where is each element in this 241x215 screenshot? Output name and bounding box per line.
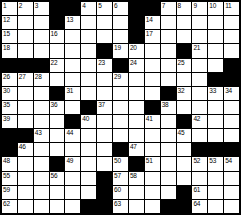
letter-cell[interactable]: 17 [145, 30, 160, 43]
letter-cell[interactable]: 13 [65, 16, 80, 29]
clue-number: 6 [114, 2, 117, 9]
letter-cell[interactable] [113, 87, 128, 100]
clue-number: 1 [3, 2, 6, 9]
letter-cell[interactable] [18, 101, 33, 114]
clue-number: 63 [114, 200, 121, 207]
letter-cell[interactable] [65, 44, 80, 57]
letter-cell[interactable]: 15 [2, 30, 17, 43]
letter-cell[interactable] [113, 16, 128, 29]
clue-number: 16 [51, 30, 58, 37]
letter-cell[interactable]: 18 [2, 44, 17, 57]
clue-number: 46 [19, 143, 26, 150]
letter-cell[interactable]: 14 [145, 16, 160, 29]
blocked-cell [81, 200, 96, 213]
clue-number: 54 [225, 157, 232, 164]
blocked-cell [65, 2, 80, 15]
clue-number: 24 [130, 59, 137, 66]
clue-number: 23 [98, 59, 105, 66]
clue-number: 48 [3, 157, 10, 164]
letter-cell[interactable] [145, 186, 160, 199]
letter-cell[interactable] [81, 73, 96, 86]
letter-cell[interactable] [192, 73, 207, 86]
letter-cell[interactable]: 58 [129, 172, 144, 185]
letter-cell[interactable]: 36 [50, 101, 65, 114]
clue-number: 42 [193, 115, 200, 122]
letter-cell[interactable]: 35 [2, 101, 17, 114]
blocked-cell [2, 143, 17, 156]
letter-cell[interactable] [81, 59, 96, 72]
letter-cell[interactable] [97, 157, 112, 170]
letter-cell[interactable] [177, 16, 192, 29]
letter-cell[interactable] [65, 101, 80, 114]
letter-cell[interactable] [224, 44, 239, 57]
letter-cell[interactable] [65, 186, 80, 199]
clue-number: 55 [3, 172, 10, 179]
letter-cell[interactable]: 47 [129, 143, 144, 156]
letter-cell[interactable] [34, 143, 49, 156]
letter-cell[interactable] [81, 30, 96, 43]
letter-cell[interactable] [97, 16, 112, 29]
clue-number: 14 [146, 16, 153, 23]
letter-cell[interactable]: 57 [113, 172, 128, 185]
letter-cell[interactable] [208, 200, 223, 213]
letter-cell[interactable]: 7 [161, 2, 176, 15]
crossword-puzzle: 1234567891011121314151617181920212223242… [0, 0, 241, 215]
letter-cell[interactable]: 37 [97, 101, 112, 114]
letter-cell[interactable] [161, 30, 176, 43]
blocked-cell [18, 129, 33, 142]
letter-cell[interactable] [81, 129, 96, 142]
clue-number: 50 [114, 157, 121, 164]
letter-cell[interactable] [113, 30, 128, 43]
letter-cell[interactable]: 49 [65, 157, 80, 170]
clue-number: 20 [130, 44, 137, 51]
clue-number: 43 [35, 129, 42, 136]
letter-cell[interactable] [34, 44, 49, 57]
letter-cell[interactable] [208, 172, 223, 185]
letter-cell[interactable]: 21 [192, 44, 207, 57]
letter-cell[interactable] [192, 172, 207, 185]
letter-cell[interactable] [145, 44, 160, 57]
clue-number: 21 [193, 44, 200, 51]
letter-cell[interactable] [145, 87, 160, 100]
letter-cell[interactable]: 3 [34, 2, 49, 15]
clue-number: 35 [3, 101, 10, 108]
letter-cell[interactable]: 62 [2, 200, 17, 213]
letter-cell[interactable] [177, 143, 192, 156]
letter-cell[interactable] [18, 16, 33, 29]
letter-cell[interactable]: 43 [34, 129, 49, 142]
clue-number: 41 [146, 115, 153, 122]
blocked-cell [224, 143, 239, 156]
blocked-cell [50, 2, 65, 15]
letter-cell[interactable] [81, 186, 96, 199]
clue-number: 59 [3, 186, 10, 193]
letter-cell[interactable]: 51 [145, 157, 160, 170]
clue-number: 29 [114, 73, 121, 80]
letter-cell[interactable]: 46 [18, 143, 33, 156]
clue-number: 57 [114, 172, 121, 179]
blocked-cell [97, 200, 112, 213]
blocked-cell [224, 73, 239, 86]
letter-cell[interactable]: 22 [50, 59, 65, 72]
letter-cell[interactable] [65, 59, 80, 72]
letter-cell[interactable] [145, 59, 160, 72]
letter-cell[interactable] [177, 30, 192, 43]
clue-number: 62 [3, 200, 10, 207]
letter-cell[interactable]: 63 [113, 200, 128, 213]
letter-cell[interactable]: 32 [177, 87, 192, 100]
clue-number: 5 [98, 2, 101, 9]
letter-cell[interactable]: 4 [81, 2, 96, 15]
clue-number: 13 [66, 16, 73, 23]
blocked-cell [129, 16, 144, 29]
letter-cell[interactable] [208, 44, 223, 57]
crossword-grid: 1234567891011121314151617181920212223242… [0, 0, 241, 215]
letter-cell[interactable] [97, 73, 112, 86]
letter-cell[interactable] [34, 200, 49, 213]
letter-cell[interactable]: 8 [177, 2, 192, 15]
letter-cell[interactable] [50, 186, 65, 199]
letter-cell[interactable]: 26 [2, 73, 17, 86]
letter-cell[interactable]: 19 [113, 44, 128, 57]
clue-number: 2 [19, 2, 22, 9]
letter-cell[interactable] [208, 129, 223, 142]
blocked-cell [81, 101, 96, 114]
letter-cell[interactable] [129, 87, 144, 100]
letter-cell[interactable]: 33 [208, 87, 223, 100]
letter-cell[interactable]: 10 [208, 2, 223, 15]
clue-number: 10 [209, 2, 216, 9]
letter-cell[interactable]: 11 [224, 2, 239, 15]
letter-cell[interactable] [81, 87, 96, 100]
clue-number: 28 [35, 73, 42, 80]
letter-cell[interactable] [161, 172, 176, 185]
letter-cell[interactable] [18, 200, 33, 213]
letter-cell[interactable] [81, 143, 96, 156]
letter-cell[interactable] [34, 172, 49, 185]
letter-cell[interactable]: 64 [192, 200, 207, 213]
blocked-cell [50, 16, 65, 29]
blocked-cell [2, 59, 17, 72]
letter-cell[interactable] [97, 30, 112, 43]
letter-cell[interactable]: 25 [177, 59, 192, 72]
letter-cell[interactable] [81, 44, 96, 57]
clue-number: 49 [66, 157, 73, 164]
clue-number: 47 [130, 143, 137, 150]
clue-number: 11 [225, 2, 231, 9]
letter-cell[interactable] [18, 44, 33, 57]
letter-cell[interactable] [177, 172, 192, 185]
letter-cell[interactable]: 34 [224, 87, 239, 100]
letter-cell[interactable] [177, 73, 192, 86]
letter-cell[interactable] [208, 186, 223, 199]
blocked-cell [192, 143, 207, 156]
letter-cell[interactable] [161, 129, 176, 142]
blocked-cell [177, 186, 192, 199]
clue-number: 4 [82, 2, 85, 9]
clue-number: 37 [98, 101, 105, 108]
letter-cell[interactable]: 39 [2, 115, 17, 128]
blocked-cell [50, 157, 65, 170]
clue-number: 51 [146, 157, 153, 164]
letter-cell[interactable] [161, 59, 176, 72]
clue-number: 64 [193, 200, 200, 207]
letter-cell[interactable]: 60 [113, 186, 128, 199]
clue-number: 39 [3, 115, 10, 122]
letter-cell[interactable] [145, 129, 160, 142]
blocked-cell [161, 87, 176, 100]
letter-cell[interactable] [18, 115, 33, 128]
letter-cell[interactable]: 41 [145, 115, 160, 128]
clue-number: 30 [3, 87, 10, 94]
letter-cell[interactable]: 12 [2, 16, 17, 29]
letter-cell[interactable] [65, 73, 80, 86]
letter-cell[interactable] [65, 30, 80, 43]
letter-cell[interactable] [161, 157, 176, 170]
letter-cell[interactable]: 56 [50, 172, 65, 185]
letter-cell[interactable] [113, 129, 128, 142]
clue-number: 38 [162, 101, 169, 108]
clue-number: 25 [178, 59, 185, 66]
letter-cell[interactable] [208, 30, 223, 43]
letter-cell[interactable] [208, 115, 223, 128]
letter-cell[interactable]: 42 [192, 115, 207, 128]
clue-number: 8 [178, 2, 181, 9]
blocked-cell [113, 143, 128, 156]
letter-cell[interactable] [208, 16, 223, 29]
letter-cell[interactable] [50, 200, 65, 213]
letter-cell[interactable] [224, 200, 239, 213]
clue-number: 19 [114, 44, 121, 51]
letter-cell[interactable] [224, 30, 239, 43]
letter-cell[interactable] [224, 186, 239, 199]
clue-number: 22 [51, 59, 58, 66]
letter-cell[interactable]: 29 [113, 73, 128, 86]
letter-cell[interactable] [34, 157, 49, 170]
letter-cell[interactable]: 6 [113, 2, 128, 15]
letter-cell[interactable] [145, 172, 160, 185]
blocked-cell [208, 143, 223, 156]
letter-cell[interactable] [177, 101, 192, 114]
letter-cell[interactable]: 38 [161, 101, 176, 114]
blocked-cell [177, 44, 192, 57]
letter-cell[interactable] [50, 143, 65, 156]
clue-number: 26 [3, 73, 10, 80]
letter-cell[interactable] [161, 73, 176, 86]
letter-cell[interactable] [177, 157, 192, 170]
letter-cell[interactable] [224, 129, 239, 142]
letter-cell[interactable] [18, 157, 33, 170]
clue-number: 40 [82, 115, 89, 122]
letter-cell[interactable] [224, 101, 239, 114]
clue-number: 17 [146, 30, 153, 37]
letter-cell[interactable] [81, 157, 96, 170]
blocked-cell [18, 59, 33, 72]
clue-number: 9 [193, 2, 196, 9]
letter-cell[interactable] [161, 115, 176, 128]
letter-cell[interactable] [97, 87, 112, 100]
clue-number: 45 [178, 129, 185, 136]
letter-cell[interactable] [161, 16, 176, 29]
blocked-cell [50, 87, 65, 100]
letter-cell[interactable] [97, 129, 112, 142]
letter-cell[interactable] [161, 186, 176, 199]
letter-cell[interactable]: 52 [192, 157, 207, 170]
blocked-cell [65, 115, 80, 128]
letter-cell[interactable]: 28 [34, 73, 49, 86]
blocked-cell [129, 30, 144, 43]
letter-cell[interactable]: 27 [18, 73, 33, 86]
letter-cell[interactable] [34, 16, 49, 29]
blocked-cell [129, 2, 144, 15]
blocked-cell [2, 129, 17, 142]
letter-cell[interactable] [18, 172, 33, 185]
blocked-cell [145, 2, 160, 15]
letter-cell[interactable] [224, 172, 239, 185]
letter-cell[interactable]: 40 [81, 115, 96, 128]
letter-cell[interactable] [34, 87, 49, 100]
letter-cell[interactable] [145, 200, 160, 213]
letter-cell[interactable]: 31 [65, 87, 80, 100]
letter-cell[interactable] [145, 143, 160, 156]
blocked-cell [177, 115, 192, 128]
letter-cell[interactable] [129, 73, 144, 86]
letter-cell[interactable]: 48 [2, 157, 17, 170]
clue-number: 27 [19, 73, 26, 80]
blocked-cell [224, 59, 239, 72]
clue-number: 53 [209, 157, 216, 164]
letter-cell[interactable]: 30 [2, 87, 17, 100]
letter-cell[interactable] [208, 101, 223, 114]
letter-cell[interactable] [192, 59, 207, 72]
letter-cell[interactable] [50, 129, 65, 142]
letter-cell[interactable] [129, 186, 144, 199]
letter-cell[interactable]: 50 [113, 157, 128, 170]
letter-cell[interactable]: 23 [97, 59, 112, 72]
blocked-cell [145, 101, 160, 114]
letter-cell[interactable]: 9 [192, 2, 207, 15]
letter-cell[interactable] [161, 44, 176, 57]
letter-cell[interactable] [34, 115, 49, 128]
letter-cell[interactable] [192, 30, 207, 43]
clue-number: 33 [209, 87, 216, 94]
letter-cell[interactable]: 2 [18, 2, 33, 15]
letter-cell[interactable] [81, 172, 96, 185]
letter-cell[interactable] [129, 101, 144, 114]
letter-cell[interactable] [145, 73, 160, 86]
letter-cell[interactable]: 5 [97, 2, 112, 15]
letter-cell[interactable] [113, 101, 128, 114]
letter-cell[interactable] [129, 200, 144, 213]
letter-cell[interactable]: 55 [2, 172, 17, 185]
letter-cell[interactable] [129, 129, 144, 142]
letter-cell[interactable] [129, 115, 144, 128]
clue-number: 31 [66, 87, 73, 94]
blocked-cell [97, 172, 112, 185]
letter-cell[interactable] [192, 87, 207, 100]
blocked-cell [97, 186, 112, 199]
clue-number: 58 [130, 172, 137, 179]
clue-number: 15 [3, 30, 10, 37]
letter-cell[interactable] [161, 143, 176, 156]
letter-cell[interactable] [34, 186, 49, 199]
clue-number: 60 [114, 186, 121, 193]
letter-cell[interactable] [97, 143, 112, 156]
letter-cell[interactable] [65, 200, 80, 213]
letter-cell[interactable] [18, 87, 33, 100]
letter-cell[interactable] [50, 73, 65, 86]
letter-cell[interactable]: 16 [50, 30, 65, 43]
letter-cell[interactable] [18, 186, 33, 199]
letter-cell[interactable] [224, 115, 239, 128]
letter-cell[interactable] [224, 16, 239, 29]
clue-number: 18 [3, 44, 10, 51]
clue-number: 34 [225, 87, 232, 94]
blocked-cell [113, 59, 128, 72]
blocked-cell [34, 59, 49, 72]
blocked-cell [161, 200, 176, 213]
letter-cell[interactable]: 59 [2, 186, 17, 199]
clue-number: 3 [35, 2, 38, 9]
letter-cell[interactable]: 1 [2, 2, 17, 15]
letter-cell[interactable] [192, 16, 207, 29]
letter-cell[interactable] [81, 16, 96, 29]
letter-cell[interactable] [34, 30, 49, 43]
letter-cell[interactable] [34, 101, 49, 114]
letter-cell[interactable]: 24 [129, 59, 144, 72]
letter-cell[interactable]: 54 [224, 157, 239, 170]
blocked-cell [177, 200, 192, 213]
clue-number: 12 [3, 16, 10, 23]
clue-number: 44 [66, 129, 73, 136]
letter-cell[interactable] [65, 143, 80, 156]
clue-number: 36 [51, 101, 58, 108]
clue-number: 32 [178, 87, 185, 94]
letter-cell[interactable] [50, 115, 65, 128]
blocked-cell [97, 44, 112, 57]
letter-cell[interactable] [208, 59, 223, 72]
letter-cell[interactable]: 44 [65, 129, 80, 142]
letter-cell[interactable] [192, 129, 207, 142]
clue-number: 61 [193, 186, 200, 193]
letter-cell[interactable] [65, 172, 80, 185]
clue-number: 52 [193, 157, 200, 164]
clue-number: 56 [51, 172, 58, 179]
letter-cell[interactable] [192, 101, 207, 114]
letter-cell[interactable]: 45 [177, 129, 192, 142]
letter-cell[interactable]: 20 [129, 44, 144, 57]
letter-cell[interactable]: 53 [208, 157, 223, 170]
letter-cell[interactable]: 61 [192, 186, 207, 199]
letter-cell[interactable] [18, 30, 33, 43]
clue-number: 7 [162, 2, 165, 9]
letter-cell[interactable] [113, 115, 128, 128]
blocked-cell [208, 73, 223, 86]
blocked-cell [129, 157, 144, 170]
letter-cell[interactable] [97, 115, 112, 128]
letter-cell[interactable] [50, 44, 65, 57]
